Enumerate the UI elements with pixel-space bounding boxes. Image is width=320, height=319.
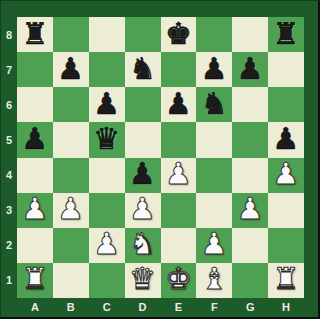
black-pawn[interactable]: ♟: [237, 54, 264, 84]
square-e3[interactable]: [161, 193, 197, 228]
black-pawn[interactable]: ♟: [21, 124, 48, 154]
square-d3[interactable]: ♟: [125, 193, 161, 228]
black-knight[interactable]: ♞: [129, 54, 156, 84]
square-f6[interactable]: ♞: [196, 87, 232, 122]
square-c2[interactable]: ♟: [89, 228, 125, 263]
white-rook[interactable]: ♜: [273, 264, 300, 294]
square-f1[interactable]: ♝: [196, 263, 232, 298]
file-label-d: D: [125, 298, 161, 316]
square-a7[interactable]: [17, 52, 53, 87]
square-h1[interactable]: ♜: [268, 263, 304, 298]
rank-label-1: 1: [1, 263, 17, 298]
square-g3[interactable]: ♟: [232, 193, 268, 228]
black-rook[interactable]: ♜: [21, 19, 48, 49]
square-a3[interactable]: ♟: [17, 193, 53, 228]
square-g8[interactable]: [232, 17, 268, 52]
black-pawn[interactable]: ♟: [129, 159, 156, 189]
black-pawn[interactable]: ♟: [201, 54, 228, 84]
file-labels: ABCDEFGH: [17, 298, 304, 316]
square-b4[interactable]: [53, 158, 89, 193]
file-label-b: B: [53, 298, 89, 316]
square-c7[interactable]: [89, 52, 125, 87]
white-rook[interactable]: ♜: [21, 264, 48, 294]
rank-label-8: 8: [1, 17, 17, 52]
square-b6[interactable]: [53, 87, 89, 122]
black-pawn[interactable]: ♟: [93, 89, 120, 119]
square-g5[interactable]: [232, 122, 268, 157]
white-pawn[interactable]: ♟: [165, 159, 192, 189]
square-b7[interactable]: ♟: [53, 52, 89, 87]
black-pawn[interactable]: ♟: [273, 124, 300, 154]
rank-label-7: 7: [1, 52, 17, 87]
square-b3[interactable]: ♟: [53, 193, 89, 228]
square-a1[interactable]: ♜: [17, 263, 53, 298]
white-pawn[interactable]: ♟: [57, 194, 84, 224]
square-f3[interactable]: [196, 193, 232, 228]
black-queen[interactable]: ♛: [93, 124, 120, 154]
square-d2[interactable]: ♞: [125, 228, 161, 263]
square-h6[interactable]: [268, 87, 304, 122]
rank-labels: 87654321: [1, 17, 17, 298]
file-label-f: F: [196, 298, 232, 316]
chess-board-frame: 87654321 ♜♚♜♟♞♟♟♟♟♞♟♛♟♟♟♟♟♟♟♟♟♞♟♜♛♚♝♜ AB…: [0, 0, 320, 319]
white-pawn[interactable]: ♟: [21, 194, 48, 224]
square-b8[interactable]: [53, 17, 89, 52]
rank-label-2: 2: [1, 228, 17, 263]
square-a8[interactable]: ♜: [17, 17, 53, 52]
square-h7[interactable]: [268, 52, 304, 87]
rank-label-4: 4: [1, 158, 17, 193]
square-c6[interactable]: ♟: [89, 87, 125, 122]
black-rook[interactable]: ♜: [273, 19, 300, 49]
square-e1[interactable]: ♚: [161, 263, 197, 298]
square-c3[interactable]: [89, 193, 125, 228]
square-c5[interactable]: ♛: [89, 122, 125, 157]
white-pawn[interactable]: ♟: [129, 194, 156, 224]
square-b5[interactable]: [53, 122, 89, 157]
white-pawn[interactable]: ♟: [273, 159, 300, 189]
square-c4[interactable]: [89, 158, 125, 193]
square-f5[interactable]: [196, 122, 232, 157]
square-e2[interactable]: [161, 228, 197, 263]
square-a6[interactable]: [17, 87, 53, 122]
square-h3[interactable]: [268, 193, 304, 228]
file-label-e: E: [161, 298, 197, 316]
square-e4[interactable]: ♟: [161, 158, 197, 193]
square-h8[interactable]: ♜: [268, 17, 304, 52]
square-g1[interactable]: [232, 263, 268, 298]
rank-label-6: 6: [1, 87, 17, 122]
square-e6[interactable]: ♟: [161, 87, 197, 122]
square-e7[interactable]: [161, 52, 197, 87]
white-knight[interactable]: ♞: [129, 229, 156, 259]
square-g7[interactable]: ♟: [232, 52, 268, 87]
square-a5[interactable]: ♟: [17, 122, 53, 157]
rank-label-3: 3: [1, 193, 17, 228]
square-d7[interactable]: ♞: [125, 52, 161, 87]
square-h5[interactable]: ♟: [268, 122, 304, 157]
white-queen[interactable]: ♛: [129, 264, 156, 294]
rank-label-5: 5: [1, 122, 17, 157]
square-f7[interactable]: ♟: [196, 52, 232, 87]
white-bishop[interactable]: ♝: [201, 264, 228, 294]
square-f4[interactable]: [196, 158, 232, 193]
square-d4[interactable]: ♟: [125, 158, 161, 193]
square-d1[interactable]: ♛: [125, 263, 161, 298]
chess-board: ♜♚♜♟♞♟♟♟♟♞♟♛♟♟♟♟♟♟♟♟♟♞♟♜♛♚♝♜: [17, 17, 304, 298]
square-d6[interactable]: [125, 87, 161, 122]
square-h4[interactable]: ♟: [268, 158, 304, 193]
black-knight[interactable]: ♞: [201, 89, 228, 119]
square-g2[interactable]: [232, 228, 268, 263]
square-c8[interactable]: [89, 17, 125, 52]
file-label-a: A: [17, 298, 53, 316]
white-king[interactable]: ♚: [165, 264, 192, 294]
square-b1[interactable]: [53, 263, 89, 298]
square-d8[interactable]: [125, 17, 161, 52]
square-b2[interactable]: [53, 228, 89, 263]
file-label-h: H: [268, 298, 304, 316]
square-e8[interactable]: ♚: [161, 17, 197, 52]
black-pawn[interactable]: ♟: [165, 89, 192, 119]
black-pawn[interactable]: ♟: [57, 54, 84, 84]
square-d5[interactable]: [125, 122, 161, 157]
square-a2[interactable]: [17, 228, 53, 263]
file-label-g: G: [232, 298, 268, 316]
white-pawn[interactable]: ♟: [237, 194, 264, 224]
square-f8[interactable]: [196, 17, 232, 52]
square-c1[interactable]: [89, 263, 125, 298]
square-f2[interactable]: ♟: [196, 228, 232, 263]
white-pawn[interactable]: ♟: [93, 229, 120, 259]
white-pawn[interactable]: ♟: [201, 229, 228, 259]
square-h2[interactable]: [268, 228, 304, 263]
square-a4[interactable]: [17, 158, 53, 193]
square-e5[interactable]: [161, 122, 197, 157]
square-g4[interactable]: [232, 158, 268, 193]
file-label-c: C: [89, 298, 125, 316]
square-g6[interactable]: [232, 87, 268, 122]
black-king[interactable]: ♚: [165, 19, 192, 49]
